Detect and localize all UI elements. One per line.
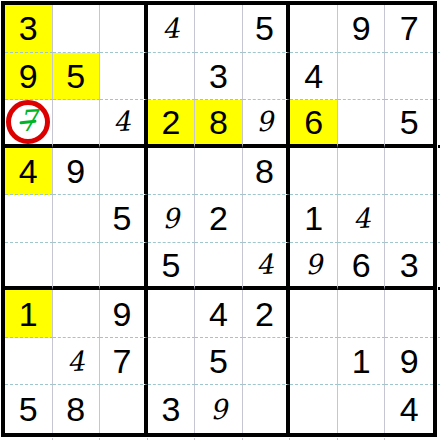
cell-r6c7[interactable]: 9 [290,243,338,291]
cell-r9c2[interactable]: 8 [53,385,101,433]
cell-r4c8[interactable] [338,148,386,196]
cell-r2c2[interactable]: 5 [53,53,101,101]
cell-r4c2[interactable]: 9 [53,148,101,196]
cell-value: 1 [352,344,371,378]
cell-r9c6[interactable] [243,385,291,433]
cell-r7c4[interactable] [148,290,196,338]
cell-value: 3 [209,59,228,93]
cell-r6c5[interactable] [195,243,243,291]
cell-value: 7 [18,107,38,137]
cell-r3c5[interactable]: 8 [195,100,243,148]
cell-value: 5 [255,11,274,45]
cell-value: 4 [112,108,131,136]
cell-value: 3 [400,248,419,282]
cell-value: 7 [400,11,419,45]
cell-r1c2[interactable] [53,5,101,53]
cell-value: 9 [209,395,228,423]
cell-r2c7[interactable]: 4 [290,53,338,101]
cell-r2c9[interactable] [385,53,433,101]
cell-value: 4 [400,392,419,426]
cell-r1c9[interactable]: 7 [385,5,433,53]
cell-r9c8[interactable] [338,385,386,433]
cell-value: 9 [400,344,419,378]
cell-value: 4 [161,14,180,42]
cell-value: 9 [19,59,38,93]
cell-r6c2[interactable] [53,243,101,291]
cell-r8c1[interactable] [5,338,53,386]
cell-value: 5 [66,59,85,93]
cell-r5c8[interactable]: 4 [338,195,386,243]
cell-r5c7[interactable]: 1 [290,195,338,243]
cell-value: 1 [304,201,323,235]
cell-r6c4[interactable]: 5 [148,243,196,291]
cell-r6c8[interactable]: 6 [338,243,386,291]
cell-r2c4[interactable] [148,53,196,101]
cell-r4c7[interactable] [290,148,338,196]
cell-value: 6 [352,248,371,282]
cell-r7c6[interactable]: 2 [243,290,291,338]
cell-r3c9[interactable]: 5 [385,100,433,148]
cell-r8c9[interactable]: 9 [385,338,433,386]
cell-r4c5[interactable] [195,148,243,196]
cell-r4c3[interactable] [100,148,148,196]
cell-r1c7[interactable] [290,5,338,53]
cell-r5c3[interactable]: 5 [100,195,148,243]
cell-r6c6[interactable]: 4 [243,243,291,291]
cell-value: 5 [19,392,38,426]
cell-r2c5[interactable]: 3 [195,53,243,101]
cell-value: 4 [19,154,38,188]
cell-value: 2 [161,105,180,139]
cell-value: 3 [19,11,38,45]
sudoku-board: 3459795347428965498592145496319424751958… [1,1,437,437]
cell-r4c9[interactable] [385,148,433,196]
cell-value: 2 [255,297,274,331]
cell-r2c3[interactable] [100,53,148,101]
cell-r3c1[interactable]: 7 [5,100,53,148]
cell-r8c6[interactable] [243,338,291,386]
cell-value: 9 [255,108,274,136]
cell-value: 9 [66,154,85,188]
cell-r1c3[interactable] [100,5,148,53]
cell-r5c9[interactable] [385,195,433,243]
cell-r4c1[interactable]: 4 [5,148,53,196]
cell-value: 8 [255,154,274,188]
cell-r8c5[interactable]: 5 [195,338,243,386]
cell-value: 8 [66,392,85,426]
cell-r6c3[interactable] [100,243,148,291]
cell-value: 8 [209,105,228,139]
cell-r1c8[interactable]: 9 [338,5,386,53]
cell-r8c3[interactable]: 7 [100,338,148,386]
cell-r3c6[interactable]: 9 [243,100,291,148]
cell-value: 6 [304,105,323,139]
cell-r5c6[interactable] [243,195,291,243]
cell-value: 7 [112,344,131,378]
cell-r2c1[interactable]: 9 [5,53,53,101]
cell-r7c8[interactable] [338,290,386,338]
cell-value: 4 [66,347,85,375]
cell-value: 4 [209,297,228,331]
cell-r5c1[interactable] [5,195,53,243]
cell-r7c3[interactable]: 9 [100,290,148,338]
cell-r9c1[interactable]: 5 [5,385,53,433]
cell-r7c9[interactable] [385,290,433,338]
cell-r1c1[interactable]: 3 [5,5,53,53]
cell-r8c4[interactable] [148,338,196,386]
cell-r3c7[interactable]: 6 [290,100,338,148]
cell-r7c7[interactable] [290,290,338,338]
cell-r3c2[interactable] [53,100,101,148]
cell-r3c4[interactable]: 2 [148,100,196,148]
cell-r7c1[interactable]: 1 [5,290,53,338]
cell-value: 5 [400,105,419,139]
cell-value: 5 [161,248,180,282]
cell-r1c6[interactable]: 5 [243,5,291,53]
cell-r7c2[interactable] [53,290,101,338]
cell-value: 4 [352,204,371,232]
cell-r3c8[interactable] [338,100,386,148]
cell-r7c5[interactable]: 4 [195,290,243,338]
cell-r9c5[interactable]: 9 [195,385,243,433]
cell-value: 9 [161,204,180,232]
cell-value: 9 [304,250,323,278]
cell-r2c6[interactable] [243,53,291,101]
cell-value: 5 [112,201,131,235]
cell-value: 5 [209,344,228,378]
cell-value: 9 [352,11,371,45]
cell-r2c8[interactable] [338,53,386,101]
cell-r6c1[interactable] [5,243,53,291]
cell-value: 9 [112,297,131,331]
cell-r5c4[interactable]: 9 [148,195,196,243]
cell-r4c6[interactable]: 8 [243,148,291,196]
cell-r8c2[interactable]: 4 [53,338,101,386]
cell-value: 1 [19,297,38,331]
cell-value: 3 [161,392,180,426]
cell-value: 4 [255,250,274,278]
cell-r9c4[interactable]: 3 [148,385,196,433]
cell-r9c3[interactable] [100,385,148,433]
cell-r8c7[interactable] [290,338,338,386]
cell-r8c8[interactable]: 1 [338,338,386,386]
cell-r6c9[interactable]: 3 [385,243,433,291]
cell-r3c3[interactable]: 4 [100,100,148,148]
cell-r9c9[interactable]: 4 [385,385,433,433]
cell-r1c4[interactable]: 4 [148,5,196,53]
cell-r1c5[interactable] [195,5,243,53]
cell-value: 2 [209,201,228,235]
cell-value: 4 [304,59,323,93]
cell-r4c4[interactable] [148,148,196,196]
cell-r5c2[interactable] [53,195,101,243]
cell-r9c7[interactable] [290,385,338,433]
cell-r5c5[interactable]: 2 [195,195,243,243]
